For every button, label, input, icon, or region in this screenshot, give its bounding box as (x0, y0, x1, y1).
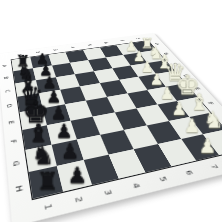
square-c4 (75, 71, 100, 87)
piece-black-rook: ♜ (33, 169, 63, 194)
square-e7: ♟ (147, 87, 177, 105)
rank-label: 5 (81, 40, 98, 51)
rank-label: 1 (12, 49, 27, 61)
square-e4 (86, 97, 115, 116)
chess-set-photo: ♜♟♟♜♞♟♟♞♝♟♟♝♛♟♟♛♚♟♟♚♝♟♟♝♞♟♟♞♜♟♟♜ 1234567… (4, 0, 210, 200)
rank-label: 7 (114, 36, 131, 46)
rank-label: 4 (65, 42, 81, 53)
piece-white-pawn: ♟ (167, 101, 191, 118)
rank-label: 8 (129, 34, 147, 44)
square-g2: ♟ (51, 139, 83, 166)
square-f7: ♟ (157, 101, 189, 121)
chessboard-mat: ♜♟♟♜♞♟♟♞♝♟♟♝♛♟♟♛♚♟♟♚♝♟♟♝♞♟♟♞♜♟♟♜ 1234567… (0, 33, 222, 222)
rank-label: 6 (98, 38, 115, 49)
piece-white-rook: ♜ (217, 129, 222, 151)
piece-black-pawn: ♟ (62, 165, 92, 187)
rank-label: 3 (48, 44, 64, 55)
piece-black-pawn: ♟ (56, 142, 83, 162)
square-d2: ♟ (39, 90, 65, 108)
square-g3 (76, 134, 109, 160)
rank-label: 2 (30, 47, 45, 59)
square-g1: ♞ (25, 144, 56, 172)
